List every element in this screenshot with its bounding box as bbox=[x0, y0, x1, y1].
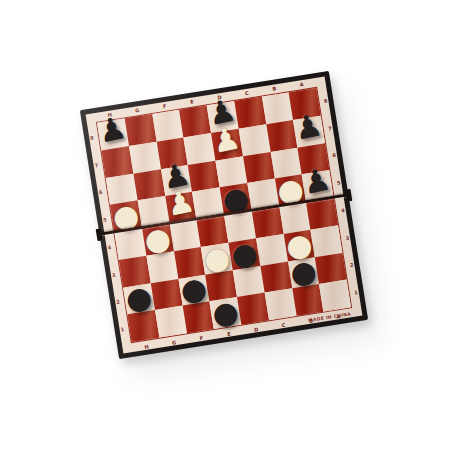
rank-label-3: 3 bbox=[112, 271, 116, 277]
rank-label-6: 6 bbox=[332, 152, 336, 158]
rank-label-2: 2 bbox=[116, 299, 120, 305]
file-label-B: B bbox=[309, 317, 314, 324]
rank-label-6: 6 bbox=[98, 189, 102, 195]
rank-label-4: 4 bbox=[107, 244, 111, 250]
square-C4[interactable] bbox=[251, 206, 283, 238]
rank-label-1: 1 bbox=[354, 289, 358, 295]
hinge-right bbox=[346, 189, 353, 202]
square-C6[interactable] bbox=[243, 152, 275, 184]
black-pawn[interactable]: ♟ bbox=[96, 114, 129, 147]
rank-label-3: 3 bbox=[345, 234, 349, 240]
black-disc[interactable]: ● bbox=[178, 274, 210, 306]
hinge-left bbox=[96, 228, 103, 241]
black-disc[interactable]: ● bbox=[123, 283, 155, 315]
square-B8[interactable] bbox=[261, 92, 293, 124]
file-label-F: F bbox=[162, 102, 166, 108]
rank-label-7: 7 bbox=[94, 162, 98, 168]
square-G2[interactable] bbox=[150, 278, 182, 310]
white-disc[interactable]: ● bbox=[201, 242, 233, 274]
file-label-C: C bbox=[281, 321, 286, 328]
black-pawn[interactable]: ♟ bbox=[292, 111, 325, 144]
file-label-D: D bbox=[254, 326, 259, 333]
square-D1[interactable] bbox=[237, 293, 269, 325]
rank-label-1: 1 bbox=[120, 326, 124, 332]
square-C3[interactable] bbox=[256, 234, 288, 266]
white-pawn[interactable]: ♟ bbox=[210, 124, 243, 157]
rank-label-8: 8 bbox=[90, 134, 94, 140]
rank-label-7: 7 bbox=[328, 125, 332, 131]
file-label-G: G bbox=[171, 339, 176, 346]
white-pawn[interactable]: ♟ bbox=[164, 187, 197, 220]
square-A3[interactable] bbox=[311, 225, 343, 257]
file-label-F: F bbox=[199, 334, 203, 340]
file-label-A: A bbox=[299, 80, 304, 87]
square-G1[interactable] bbox=[155, 306, 187, 338]
black-disc[interactable]: ● bbox=[228, 238, 260, 270]
file-label-B: B bbox=[272, 85, 277, 92]
square-A2[interactable] bbox=[315, 252, 347, 284]
file-label-E: E bbox=[227, 330, 231, 336]
rank-label-5: 5 bbox=[103, 217, 107, 223]
white-disc[interactable]: ● bbox=[142, 224, 174, 256]
file-label-G: G bbox=[135, 107, 140, 114]
rank-label-4: 4 bbox=[341, 207, 345, 213]
file-label-C: C bbox=[244, 89, 249, 96]
black-pawn[interactable]: ♟ bbox=[301, 166, 334, 199]
square-C1[interactable] bbox=[264, 289, 296, 321]
board: ♟♟♟♟♟●♟●●♟●●●●●●●● MADE IN CHINA HHGGFFE… bbox=[80, 71, 368, 359]
black-disc[interactable]: ● bbox=[210, 297, 242, 329]
square-H7[interactable] bbox=[101, 146, 133, 178]
file-label-H: H bbox=[144, 343, 149, 350]
photo-stage: ♟♟♟♟♟●♟●●♟●●●●●●●● MADE IN CHINA HHGGFFE… bbox=[0, 0, 450, 450]
rank-label-2: 2 bbox=[349, 262, 353, 268]
square-G7[interactable] bbox=[129, 141, 161, 173]
file-label-E: E bbox=[190, 98, 194, 104]
black-disc[interactable]: ● bbox=[287, 257, 319, 289]
square-F8[interactable] bbox=[152, 110, 184, 142]
square-F4[interactable] bbox=[169, 219, 201, 251]
square-C2[interactable] bbox=[260, 261, 292, 293]
rank-label-5: 5 bbox=[336, 180, 340, 186]
file-label-A: A bbox=[336, 313, 341, 320]
rank-label-8: 8 bbox=[323, 97, 327, 103]
square-A4[interactable] bbox=[306, 198, 338, 230]
square-A1[interactable] bbox=[319, 280, 351, 312]
square-G6[interactable] bbox=[133, 169, 165, 201]
